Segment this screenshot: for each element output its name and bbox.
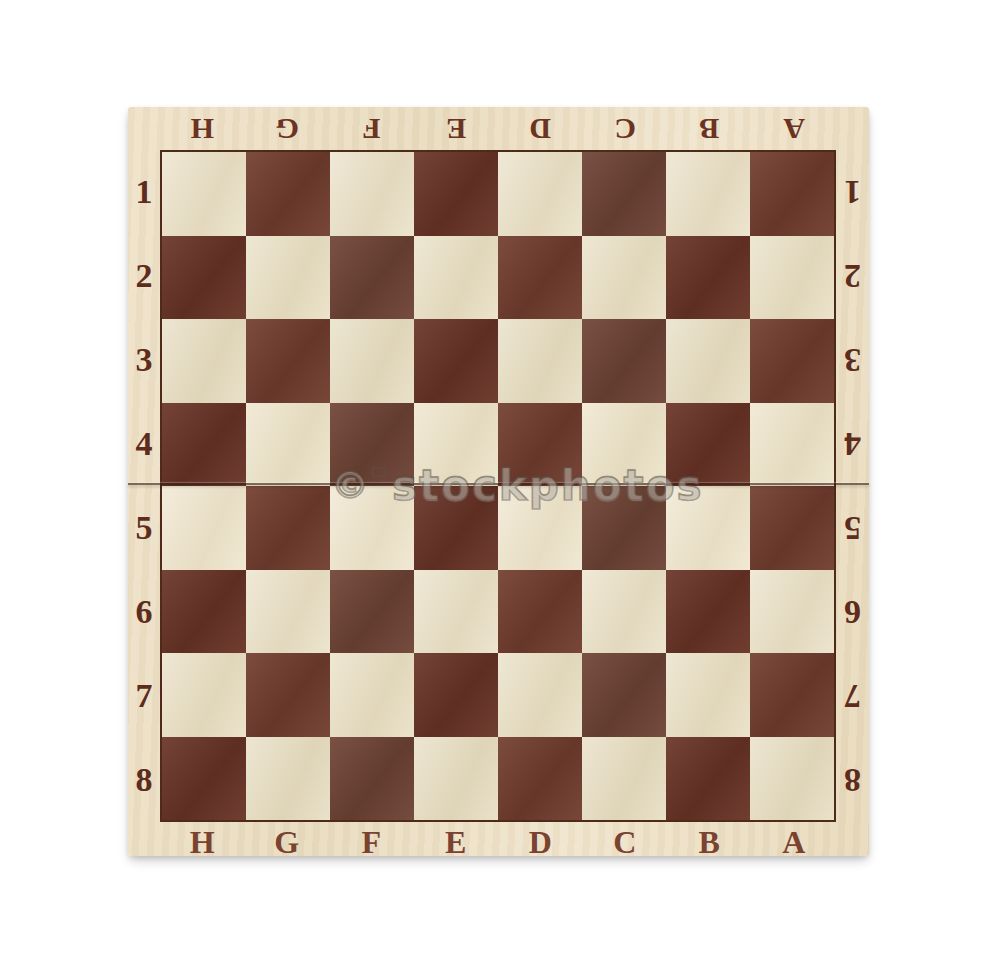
square-f7[interactable] xyxy=(330,653,414,737)
rank-label-right-5: 5 xyxy=(836,486,869,570)
square-a2[interactable] xyxy=(750,236,834,320)
square-a7[interactable] xyxy=(750,653,834,737)
square-c3[interactable] xyxy=(582,319,666,403)
square-h5[interactable] xyxy=(162,486,246,570)
file-label-bottom-c: C xyxy=(583,822,668,861)
square-g4[interactable] xyxy=(246,403,330,487)
square-b5[interactable] xyxy=(666,486,750,570)
rank-label-left-7: 7 xyxy=(128,654,160,738)
square-e1[interactable] xyxy=(414,152,498,236)
file-label-bottom-g: G xyxy=(245,822,330,861)
square-f4[interactable] xyxy=(330,403,414,487)
square-g7[interactable] xyxy=(246,653,330,737)
file-label-top-e: E xyxy=(414,107,499,150)
square-a5[interactable] xyxy=(750,486,834,570)
rank-label-right-1: 1 xyxy=(836,150,869,234)
square-e2[interactable] xyxy=(414,236,498,320)
square-c5[interactable] xyxy=(582,486,666,570)
square-h3[interactable] xyxy=(162,319,246,403)
square-h4[interactable] xyxy=(162,403,246,487)
square-d6[interactable] xyxy=(498,570,582,654)
file-label-bottom-d: D xyxy=(498,822,583,861)
square-a1[interactable] xyxy=(750,152,834,236)
board-grid xyxy=(160,150,836,822)
file-label-top-d: D xyxy=(498,107,583,150)
rank-label-right-3: 3 xyxy=(836,318,869,402)
rank-label-right-7: 7 xyxy=(836,654,869,738)
rank-label-left-6: 6 xyxy=(128,570,160,654)
square-c4[interactable] xyxy=(582,403,666,487)
square-g6[interactable] xyxy=(246,570,330,654)
square-h2[interactable] xyxy=(162,236,246,320)
rank-label-right-4: 4 xyxy=(836,402,869,486)
square-d2[interactable] xyxy=(498,236,582,320)
file-label-top-c: C xyxy=(583,107,668,150)
file-label-top-a: A xyxy=(752,107,837,150)
square-a8[interactable] xyxy=(750,737,834,821)
file-labels-top: HGFEDCBA xyxy=(160,107,836,150)
rank-label-left-1: 1 xyxy=(128,150,160,234)
square-e7[interactable] xyxy=(414,653,498,737)
square-f3[interactable] xyxy=(330,319,414,403)
photo-canvas: HGFEDCBA 12345678 12345678 HGFEDCBA © st… xyxy=(0,0,1000,976)
file-labels-bottom: HGFEDCBA xyxy=(160,822,836,856)
square-f2[interactable] xyxy=(330,236,414,320)
square-d7[interactable] xyxy=(498,653,582,737)
square-e8[interactable] xyxy=(414,737,498,821)
square-b7[interactable] xyxy=(666,653,750,737)
rank-label-left-2: 2 xyxy=(128,234,160,318)
square-g1[interactable] xyxy=(246,152,330,236)
rank-label-right-8: 8 xyxy=(836,738,869,822)
square-h1[interactable] xyxy=(162,152,246,236)
file-label-bottom-e: E xyxy=(414,822,499,861)
square-c8[interactable] xyxy=(582,737,666,821)
square-h6[interactable] xyxy=(162,570,246,654)
rank-label-left-4: 4 xyxy=(128,402,160,486)
square-g2[interactable] xyxy=(246,236,330,320)
square-a6[interactable] xyxy=(750,570,834,654)
square-b3[interactable] xyxy=(666,319,750,403)
file-label-top-h: H xyxy=(160,107,245,150)
hinge-seam xyxy=(128,483,869,485)
square-d4[interactable] xyxy=(498,403,582,487)
square-f6[interactable] xyxy=(330,570,414,654)
square-g3[interactable] xyxy=(246,319,330,403)
square-f5[interactable] xyxy=(330,486,414,570)
file-label-bottom-h: H xyxy=(160,822,245,861)
square-c6[interactable] xyxy=(582,570,666,654)
square-b4[interactable] xyxy=(666,403,750,487)
rank-labels-left: 12345678 xyxy=(128,150,160,822)
square-b8[interactable] xyxy=(666,737,750,821)
square-f8[interactable] xyxy=(330,737,414,821)
square-b2[interactable] xyxy=(666,236,750,320)
file-label-bottom-b: B xyxy=(667,822,752,861)
square-g8[interactable] xyxy=(246,737,330,821)
square-a3[interactable] xyxy=(750,319,834,403)
file-label-top-f: F xyxy=(329,107,414,150)
rank-label-left-8: 8 xyxy=(128,738,160,822)
square-e6[interactable] xyxy=(414,570,498,654)
rank-labels-right: 12345678 xyxy=(836,150,869,822)
square-d8[interactable] xyxy=(498,737,582,821)
square-d3[interactable] xyxy=(498,319,582,403)
square-a4[interactable] xyxy=(750,403,834,487)
square-f1[interactable] xyxy=(330,152,414,236)
square-c2[interactable] xyxy=(582,236,666,320)
square-h8[interactable] xyxy=(162,737,246,821)
rank-label-left-3: 3 xyxy=(128,318,160,402)
square-c1[interactable] xyxy=(582,152,666,236)
square-g5[interactable] xyxy=(246,486,330,570)
rank-label-right-6: 6 xyxy=(836,570,869,654)
rank-label-left-5: 5 xyxy=(128,486,160,570)
rank-label-right-2: 2 xyxy=(836,234,869,318)
chessboard: HGFEDCBA 12345678 12345678 HGFEDCBA © st… xyxy=(128,107,869,856)
file-label-top-g: G xyxy=(245,107,330,150)
square-c7[interactable] xyxy=(582,653,666,737)
file-label-bottom-f: F xyxy=(329,822,414,861)
file-label-top-b: B xyxy=(667,107,752,150)
square-b6[interactable] xyxy=(666,570,750,654)
square-e4[interactable] xyxy=(414,403,498,487)
square-b1[interactable] xyxy=(666,152,750,236)
square-h7[interactable] xyxy=(162,653,246,737)
square-e3[interactable] xyxy=(414,319,498,403)
square-d1[interactable] xyxy=(498,152,582,236)
square-e5[interactable] xyxy=(414,486,498,570)
file-label-bottom-a: A xyxy=(752,822,837,861)
square-d5[interactable] xyxy=(498,486,582,570)
